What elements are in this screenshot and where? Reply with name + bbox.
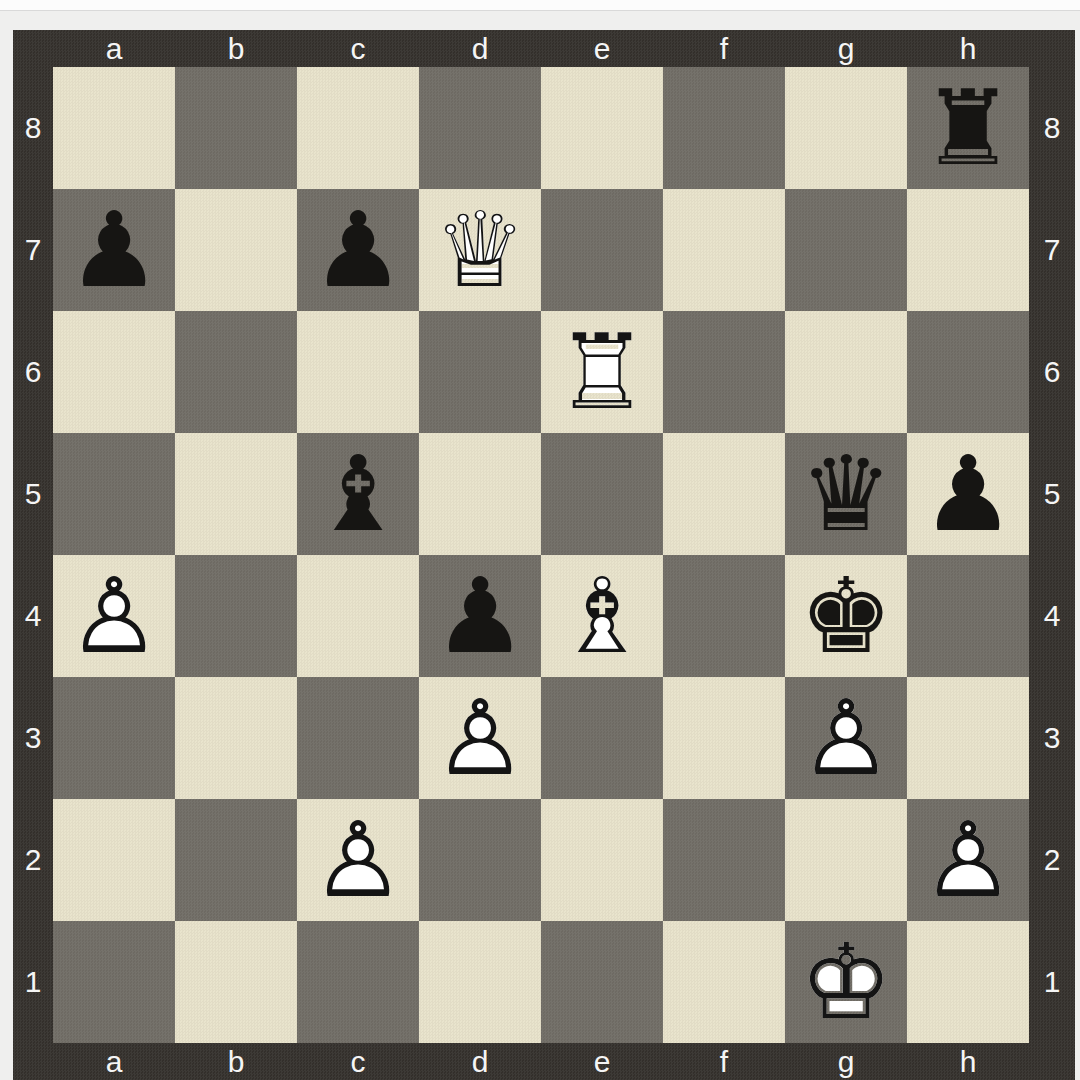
square-b3[interactable] (175, 677, 297, 799)
square-f1[interactable] (663, 921, 785, 1043)
square-g6[interactable] (785, 311, 907, 433)
coord-label-file-f-bottom: f (663, 1043, 785, 1080)
coord-label-file-a-top: a (53, 30, 175, 67)
piece-glyph-fill: ♟ (907, 433, 1029, 555)
top-bar (0, 0, 1080, 11)
square-f5[interactable] (663, 433, 785, 555)
piece-black-queen[interactable]: ♛ (785, 433, 907, 555)
coord-label-rank-6-right: 6 (1029, 311, 1075, 433)
piece-black-king[interactable]: ♚ (785, 555, 907, 677)
square-b2[interactable] (175, 799, 297, 921)
square-e2[interactable] (541, 799, 663, 921)
piece-glyph-outline: ♕ (419, 189, 541, 311)
piece-white-pawn[interactable]: ♟♙ (907, 799, 1029, 921)
square-a4[interactable]: ♟♙ (53, 555, 175, 677)
piece-glyph-outline: ♙ (785, 677, 907, 799)
coord-label-rank-5-left: 5 (13, 433, 53, 555)
piece-glyph-fill: ♚ (785, 555, 907, 677)
piece-white-pawn[interactable]: ♟♙ (785, 677, 907, 799)
square-c4[interactable] (297, 555, 419, 677)
square-f7[interactable] (663, 189, 785, 311)
square-f4[interactable] (663, 555, 785, 677)
coord-label-rank-5-right: 5 (1029, 433, 1075, 555)
square-b8[interactable] (175, 67, 297, 189)
piece-white-pawn[interactable]: ♟♙ (53, 555, 175, 677)
square-d8[interactable] (419, 67, 541, 189)
piece-glyph-fill: ♝ (297, 433, 419, 555)
square-a7[interactable]: ♟ (53, 189, 175, 311)
piece-glyph-outline: ♙ (53, 555, 175, 677)
piece-white-pawn[interactable]: ♟♙ (297, 799, 419, 921)
square-b6[interactable] (175, 311, 297, 433)
square-a6[interactable] (53, 311, 175, 433)
chess-board: abcdefgh8♜87♟♟♛♕76♜♖65♝♛♟54♟♙♟♝♗♚43♟♙♟♙3… (13, 30, 1075, 1080)
square-b1[interactable] (175, 921, 297, 1043)
coord-label-rank-2-right: 2 (1029, 799, 1075, 921)
square-f6[interactable] (663, 311, 785, 433)
square-a2[interactable] (53, 799, 175, 921)
square-c8[interactable] (297, 67, 419, 189)
piece-glyph-outline: ♗ (541, 555, 663, 677)
coord-label-rank-3-left: 3 (13, 677, 53, 799)
square-c1[interactable] (297, 921, 419, 1043)
coord-label-file-f-top: f (663, 30, 785, 67)
square-g1[interactable]: ♚♔ (785, 921, 907, 1043)
piece-black-pawn[interactable]: ♟ (419, 555, 541, 677)
square-h2[interactable]: ♟♙ (907, 799, 1029, 921)
frame-corner (13, 30, 53, 67)
piece-black-pawn[interactable]: ♟ (907, 433, 1029, 555)
square-c2[interactable]: ♟♙ (297, 799, 419, 921)
square-d5[interactable] (419, 433, 541, 555)
coord-label-file-c-bottom: c (297, 1043, 419, 1080)
coord-label-rank-4-right: 4 (1029, 555, 1075, 677)
square-a3[interactable] (53, 677, 175, 799)
piece-glyph-outline: ♙ (297, 799, 419, 921)
square-h4[interactable] (907, 555, 1029, 677)
piece-black-rook[interactable]: ♜ (907, 67, 1029, 189)
square-e4[interactable]: ♝♗ (541, 555, 663, 677)
coord-label-file-g-top: g (785, 30, 907, 67)
square-c7[interactable]: ♟ (297, 189, 419, 311)
square-d7[interactable]: ♛♕ (419, 189, 541, 311)
coord-label-rank-3-right: 3 (1029, 677, 1075, 799)
square-e6[interactable]: ♜♖ (541, 311, 663, 433)
square-e8[interactable] (541, 67, 663, 189)
square-e1[interactable] (541, 921, 663, 1043)
square-d3[interactable]: ♟♙ (419, 677, 541, 799)
square-e5[interactable] (541, 433, 663, 555)
piece-glyph-outline: ♖ (541, 311, 663, 433)
square-c6[interactable] (297, 311, 419, 433)
square-a5[interactable] (53, 433, 175, 555)
square-h5[interactable]: ♟ (907, 433, 1029, 555)
square-d6[interactable] (419, 311, 541, 433)
square-a1[interactable] (53, 921, 175, 1043)
square-g8[interactable] (785, 67, 907, 189)
square-f3[interactable] (663, 677, 785, 799)
square-e7[interactable] (541, 189, 663, 311)
square-g5[interactable]: ♛ (785, 433, 907, 555)
square-h3[interactable] (907, 677, 1029, 799)
square-b5[interactable] (175, 433, 297, 555)
coord-label-rank-1-left: 1 (13, 921, 53, 1043)
piece-glyph-outline: ♙ (907, 799, 1029, 921)
square-d4[interactable]: ♟ (419, 555, 541, 677)
coord-label-file-b-top: b (175, 30, 297, 67)
square-h1[interactable] (907, 921, 1029, 1043)
coord-label-rank-7-left: 7 (13, 189, 53, 311)
square-f2[interactable] (663, 799, 785, 921)
coord-label-rank-6-left: 6 (13, 311, 53, 433)
square-b7[interactable] (175, 189, 297, 311)
square-d1[interactable] (419, 921, 541, 1043)
piece-glyph-fill: ♜ (907, 67, 1029, 189)
coord-label-rank-8-left: 8 (13, 67, 53, 189)
square-g4[interactable]: ♚ (785, 555, 907, 677)
square-c3[interactable] (297, 677, 419, 799)
square-b4[interactable] (175, 555, 297, 677)
square-f8[interactable] (663, 67, 785, 189)
piece-white-pawn[interactable]: ♟♙ (419, 677, 541, 799)
piece-black-bishop[interactable]: ♝ (297, 433, 419, 555)
piece-glyph-outline: ♔ (785, 921, 907, 1043)
coord-label-rank-4-left: 4 (13, 555, 53, 677)
coord-label-file-h-bottom: h (907, 1043, 1029, 1080)
coord-label-file-h-top: h (907, 30, 1029, 67)
square-c5[interactable]: ♝ (297, 433, 419, 555)
piece-white-rook[interactable]: ♜♖ (541, 311, 663, 433)
piece-glyph-fill: ♟ (53, 189, 175, 311)
coord-label-file-e-bottom: e (541, 1043, 663, 1080)
coord-label-rank-1-right: 1 (1029, 921, 1075, 1043)
piece-white-queen[interactable]: ♛♕ (419, 189, 541, 311)
square-a8[interactable] (53, 67, 175, 189)
piece-black-pawn[interactable]: ♟ (297, 189, 419, 311)
piece-glyph-outline: ♙ (419, 677, 541, 799)
coord-label-file-e-top: e (541, 30, 663, 67)
piece-glyph-fill: ♛ (785, 433, 907, 555)
coord-label-file-d-top: d (419, 30, 541, 67)
frame-corner (1029, 1043, 1075, 1080)
square-h6[interactable] (907, 311, 1029, 433)
square-g2[interactable] (785, 799, 907, 921)
square-h8[interactable]: ♜ (907, 67, 1029, 189)
frame-corner (1029, 30, 1075, 67)
piece-white-bishop[interactable]: ♝♗ (541, 555, 663, 677)
coord-label-file-a-bottom: a (53, 1043, 175, 1080)
square-g3[interactable]: ♟♙ (785, 677, 907, 799)
square-d2[interactable] (419, 799, 541, 921)
piece-glyph-fill: ♟ (297, 189, 419, 311)
piece-glyph-fill: ♟ (419, 555, 541, 677)
piece-white-king[interactable]: ♚♔ (785, 921, 907, 1043)
square-h7[interactable] (907, 189, 1029, 311)
coord-label-rank-8-right: 8 (1029, 67, 1075, 189)
frame-corner (13, 1043, 53, 1080)
coord-label-file-g-bottom: g (785, 1043, 907, 1080)
piece-black-pawn[interactable]: ♟ (53, 189, 175, 311)
square-e3[interactable] (541, 677, 663, 799)
square-g7[interactable] (785, 189, 907, 311)
coord-label-file-b-bottom: b (175, 1043, 297, 1080)
coord-label-file-d-bottom: d (419, 1043, 541, 1080)
coord-label-rank-2-left: 2 (13, 799, 53, 921)
coord-label-file-c-top: c (297, 30, 419, 67)
coord-label-rank-7-right: 7 (1029, 189, 1075, 311)
